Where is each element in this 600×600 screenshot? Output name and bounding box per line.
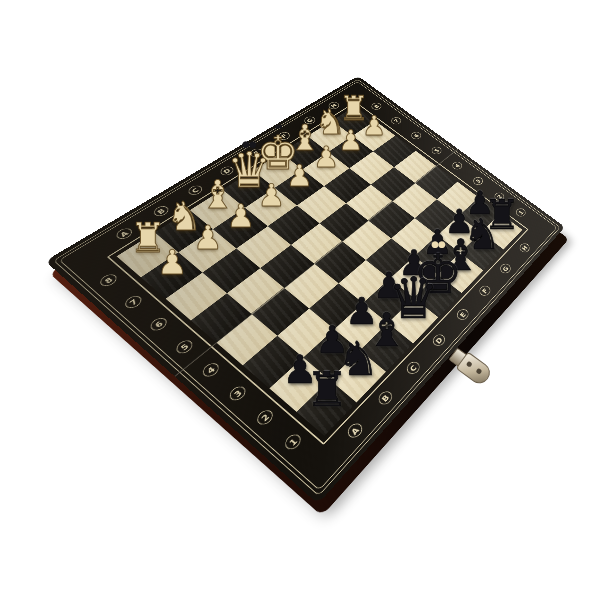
coord-label-d-near: D [430,332,447,348]
coord-label-e-far: E [248,147,265,159]
coord-label-b-far: B [151,204,171,218]
coord-label-7-right: 7 [389,116,403,126]
coord-label-h-far: H [326,101,341,111]
coord-label-a-near: A [345,421,365,441]
coord-label-c-far: C [186,184,205,197]
coord-label-e-near: E [455,307,471,322]
coord-label-h-near: H [518,242,532,254]
coord-label-a-far: A [113,226,134,241]
coord-label-g-far: G [302,115,317,125]
chessboard: ABCDEFGH ABCDEFGH 12345678 12345678 [45,76,565,504]
coord-label-c-near: C [404,360,422,377]
coord-label-b-near: B [376,389,395,407]
coord-label-3-right: 3 [471,175,485,186]
coord-label-d-far: D [218,165,236,177]
coord-label-2-right: 2 [492,191,506,202]
coord-label-4-left: 4 [200,360,222,379]
coord-label-8-left: 8 [97,272,119,288]
coord-label-f-far: F [276,131,292,142]
coord-label-5-left: 5 [173,338,195,356]
coord-label-7-left: 7 [122,293,144,310]
coord-label-g-near: G [498,262,513,275]
coord-label-2-left: 2 [254,407,276,427]
coord-label-1-right: 1 [514,207,527,219]
coord-label-4-right: 4 [450,160,464,171]
coord-label-8-right: 8 [369,101,383,111]
coord-label-f-near: F [477,284,492,298]
coord-label-6-left: 6 [147,315,169,332]
coord-label-3-left: 3 [226,384,248,403]
coord-label-1-left: 1 [282,431,304,452]
coord-label-5-right: 5 [430,145,444,155]
coord-label-6-right: 6 [409,130,423,140]
chess-set-photo: ABCDEFGH ABCDEFGH 12345678 12345678 ♜♞♝♛… [0,0,600,600]
